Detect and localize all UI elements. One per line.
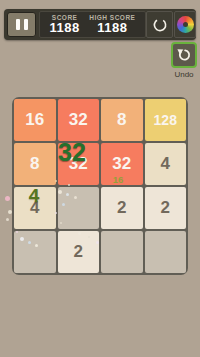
score-value: 1188 xyxy=(50,21,80,35)
undo-button[interactable] xyxy=(171,42,197,68)
game-screen: { "game": "2048", "position": { "rows": … xyxy=(0,0,200,357)
restart-icon xyxy=(151,16,169,34)
tile-8-r1c3: 8 xyxy=(101,99,143,141)
tile-2-r3c4: 2 xyxy=(145,187,187,229)
tile-4-r2c4: 4 xyxy=(145,143,187,185)
top-bar: SCORE 1188 HIGH SCORE 1188 xyxy=(4,9,196,40)
undo-icon xyxy=(175,46,193,64)
tile-32-r2c3: 32 xyxy=(101,143,143,185)
empty-cell-r4c3 xyxy=(101,231,143,273)
high-score-group: HIGH SCORE 1188 xyxy=(89,14,135,35)
pause-icon xyxy=(16,19,20,30)
confetti-particle xyxy=(6,218,9,221)
restart-button[interactable] xyxy=(146,11,173,38)
empty-cell-r4c4 xyxy=(145,231,187,273)
tile-4-r3c1: 4 xyxy=(14,187,56,229)
color-wheel-icon xyxy=(177,16,194,33)
board[interactable]: 163281288323244222 xyxy=(12,97,188,275)
empty-cell-r3c2 xyxy=(58,187,100,229)
empty-cell-r4c1 xyxy=(14,231,56,273)
confetti-particle xyxy=(5,196,10,201)
tile-8-r2c1: 8 xyxy=(14,143,56,185)
undo-label: Undo xyxy=(167,70,200,79)
board-grid: 163281288323244222 xyxy=(14,99,186,273)
tile-128-r1c4: 128 xyxy=(145,99,187,141)
tile-2-r3c3: 2 xyxy=(101,187,143,229)
high-score-value: 1188 xyxy=(97,21,127,35)
pause-icon xyxy=(24,19,28,30)
tile-32-r1c2: 32 xyxy=(58,99,100,141)
pause-button[interactable] xyxy=(7,12,36,37)
score-group: SCORE 1188 xyxy=(50,14,80,35)
score-panel: SCORE 1188 HIGH SCORE 1188 xyxy=(39,11,146,38)
theme-button[interactable] xyxy=(174,11,196,38)
tile-2-r4c2: 2 xyxy=(58,231,100,273)
tile-32-r2c2: 32 xyxy=(58,143,100,185)
tile-16-r1c1: 16 xyxy=(14,99,56,141)
